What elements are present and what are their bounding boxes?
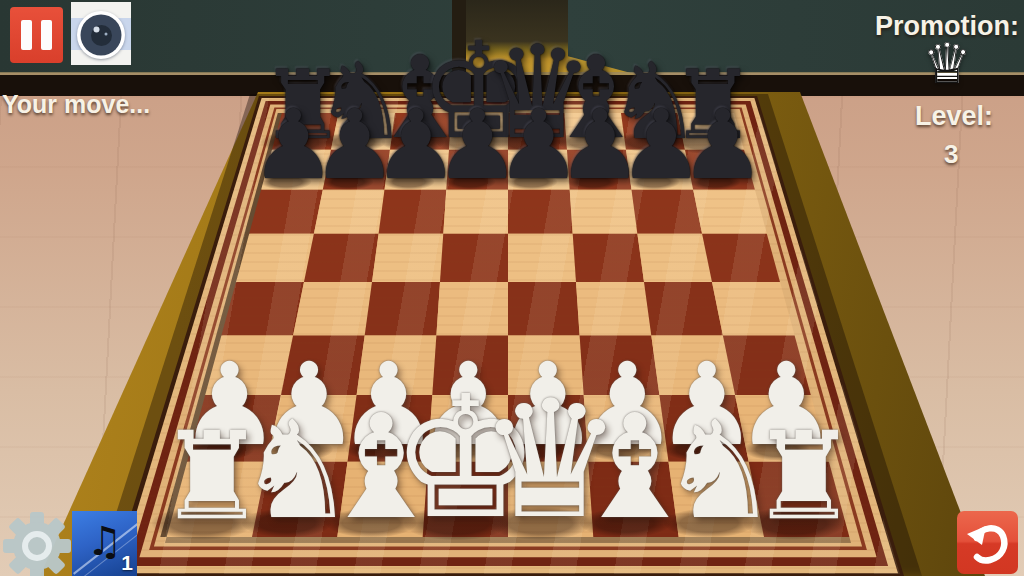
level-label: Level:	[915, 101, 993, 132]
music-note-icon: ♫	[87, 521, 123, 561]
piece-white-rook-a1[interactable]: ♜	[750, 416, 859, 537]
pause-button[interactable]	[10, 7, 63, 63]
pieces-layer: ♜♞♝♚♛♝♞♜♟♟♟♟♟♟♟♟♟♟♟♟♟♟♟♟♜♞♝♚♛♝♞♜	[0, 0, 1024, 576]
music-count-badge: 1	[121, 551, 133, 575]
queen-outline-glyph: ♕	[922, 36, 972, 92]
pause-icon	[41, 20, 52, 50]
level-value: 3	[944, 139, 958, 170]
settings-gear-button[interactable]	[0, 504, 82, 576]
camera-lens-icon	[77, 11, 125, 59]
music-toggle-button[interactable]: ♫ 1	[72, 511, 137, 576]
status-text: Your move...	[2, 90, 150, 119]
gear-icon	[0, 504, 82, 576]
undo-arrow-icon	[964, 517, 1012, 567]
game-screen: ♜♞♝♚♛♝♞♜♟♟♟♟♟♟♟♟♟♟♟♟♟♟♟♟♜♞♝♚♛♝♞♜ Your mo…	[0, 0, 1024, 576]
camera-button[interactable]	[71, 2, 131, 65]
pause-icon	[21, 20, 32, 50]
piece-black-pawn-a7[interactable]: ♟	[679, 97, 765, 193]
undo-button[interactable]	[957, 511, 1018, 574]
